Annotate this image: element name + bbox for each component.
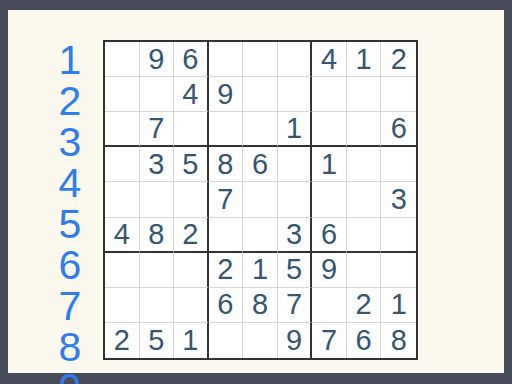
cell-r5c4[interactable]: 7: [209, 182, 244, 217]
cell-r5c1[interactable]: [105, 182, 140, 217]
cell-r1c6[interactable]: [278, 42, 313, 77]
cell-r8c3[interactable]: [174, 288, 209, 323]
row-labels: 123456789: [48, 40, 92, 360]
row-label-2: 2: [48, 81, 92, 122]
cell-r9c6[interactable]: 9: [278, 323, 313, 358]
cell-r7c5[interactable]: 1: [243, 253, 278, 288]
cell-r1c2[interactable]: 9: [140, 42, 175, 77]
cell-r6c9[interactable]: [381, 218, 416, 253]
cell-r3c7[interactable]: [312, 112, 347, 147]
cell-r3c9[interactable]: 6: [381, 112, 416, 147]
cell-r2c8[interactable]: [347, 77, 382, 112]
cell-r5c7[interactable]: [312, 182, 347, 217]
row-label-1: 1: [48, 40, 92, 81]
cell-r6c6[interactable]: 3: [278, 218, 313, 253]
cell-r8c4[interactable]: 6: [209, 288, 244, 323]
cell-r6c4[interactable]: [209, 218, 244, 253]
cell-r2c5[interactable]: [243, 77, 278, 112]
cell-r9c3[interactable]: 1: [174, 323, 209, 358]
cell-r5c8[interactable]: [347, 182, 382, 217]
cell-r6c8[interactable]: [347, 218, 382, 253]
row-label-4: 4: [48, 163, 92, 204]
cell-r7c8[interactable]: [347, 253, 382, 288]
cell-r9c1[interactable]: 2: [105, 323, 140, 358]
cell-r8c2[interactable]: [140, 288, 175, 323]
cell-r2c7[interactable]: [312, 77, 347, 112]
cell-r7c4[interactable]: 2: [209, 253, 244, 288]
cell-r7c3[interactable]: [174, 253, 209, 288]
row-label-9: 9: [48, 368, 92, 384]
cell-r7c7[interactable]: 9: [312, 253, 347, 288]
row-label-5: 5: [48, 204, 92, 245]
cell-r3c5[interactable]: [243, 112, 278, 147]
cell-r8c9[interactable]: 1: [381, 288, 416, 323]
cell-r9c8[interactable]: 6: [347, 323, 382, 358]
cell-r7c2[interactable]: [140, 253, 175, 288]
cell-r4c1[interactable]: [105, 147, 140, 182]
cell-r5c6[interactable]: [278, 182, 313, 217]
cell-r4c8[interactable]: [347, 147, 382, 182]
cell-r3c3[interactable]: [174, 112, 209, 147]
cell-r9c4[interactable]: [209, 323, 244, 358]
cell-r4c3[interactable]: 5: [174, 147, 209, 182]
cell-r5c5[interactable]: [243, 182, 278, 217]
cell-r7c1[interactable]: [105, 253, 140, 288]
row-label-8: 8: [48, 327, 92, 368]
cell-r2c1[interactable]: [105, 77, 140, 112]
cell-r6c1[interactable]: 4: [105, 218, 140, 253]
cell-r1c7[interactable]: 4: [312, 42, 347, 77]
cell-r8c5[interactable]: 8: [243, 288, 278, 323]
board-page: 123456789 964124971635861734823621596872…: [8, 10, 504, 373]
cell-r2c4[interactable]: 9: [209, 77, 244, 112]
row-label-3: 3: [48, 122, 92, 163]
cell-r1c9[interactable]: 2: [381, 42, 416, 77]
cell-r8c7[interactable]: [312, 288, 347, 323]
cell-r9c2[interactable]: 5: [140, 323, 175, 358]
cell-r9c7[interactable]: 7: [312, 323, 347, 358]
cell-r3c1[interactable]: [105, 112, 140, 147]
cell-r8c1[interactable]: [105, 288, 140, 323]
cell-r9c9[interactable]: 8: [381, 323, 416, 358]
sudoku-board: 96412497163586173482362159687212519768: [103, 40, 418, 360]
cell-r4c9[interactable]: [381, 147, 416, 182]
row-label-7: 7: [48, 286, 92, 327]
cell-r8c8[interactable]: 2: [347, 288, 382, 323]
cell-r5c3[interactable]: [174, 182, 209, 217]
cell-r5c9[interactable]: 3: [381, 182, 416, 217]
cell-r6c7[interactable]: 6: [312, 218, 347, 253]
cell-r3c8[interactable]: [347, 112, 382, 147]
cell-r4c2[interactable]: 3: [140, 147, 175, 182]
row-label-6: 6: [48, 245, 92, 286]
cell-r1c5[interactable]: [243, 42, 278, 77]
cell-r5c2[interactable]: [140, 182, 175, 217]
cell-r6c2[interactable]: 8: [140, 218, 175, 253]
cell-r9c5[interactable]: [243, 323, 278, 358]
cell-r2c6[interactable]: [278, 77, 313, 112]
cell-r7c9[interactable]: [381, 253, 416, 288]
cell-r1c1[interactable]: [105, 42, 140, 77]
cell-r6c5[interactable]: [243, 218, 278, 253]
cell-r6c3[interactable]: 2: [174, 218, 209, 253]
cell-r2c3[interactable]: 4: [174, 77, 209, 112]
cell-r1c8[interactable]: 1: [347, 42, 382, 77]
cell-r3c4[interactable]: [209, 112, 244, 147]
cell-r1c4[interactable]: [209, 42, 244, 77]
cell-r4c4[interactable]: 8: [209, 147, 244, 182]
cell-r3c6[interactable]: 1: [278, 112, 313, 147]
cell-r4c6[interactable]: [278, 147, 313, 182]
cell-r2c9[interactable]: [381, 77, 416, 112]
app-frame: 123456789 964124971635861734823621596872…: [0, 0, 512, 384]
cell-r2c2[interactable]: [140, 77, 175, 112]
cell-r8c6[interactable]: 7: [278, 288, 313, 323]
cell-r1c3[interactable]: 6: [174, 42, 209, 77]
cell-r7c6[interactable]: 5: [278, 253, 313, 288]
cell-r4c7[interactable]: 1: [312, 147, 347, 182]
cell-r4c5[interactable]: 6: [243, 147, 278, 182]
cell-r3c2[interactable]: 7: [140, 112, 175, 147]
